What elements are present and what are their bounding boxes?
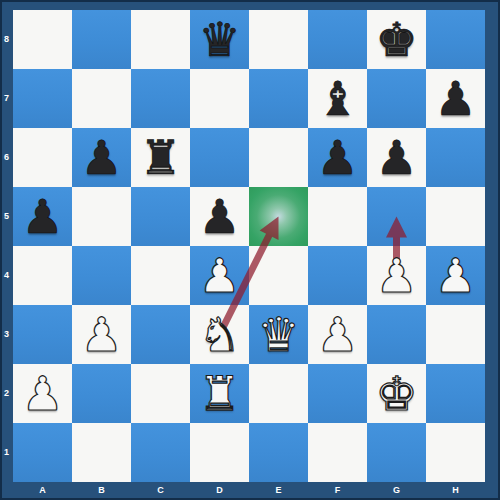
piece-white-rook-d2[interactable]: ♜	[190, 364, 249, 423]
piece-white-pawn-b3[interactable]: ♟	[72, 305, 131, 364]
piece-white-pawn-d4[interactable]: ♟	[190, 246, 249, 305]
square-e2[interactable]	[249, 364, 308, 423]
square-c7[interactable]	[131, 69, 190, 128]
square-a7[interactable]	[13, 69, 72, 128]
file-label-b: B	[72, 482, 131, 500]
piece-black-bishop-f7[interactable]: ♝	[308, 69, 367, 128]
square-b8[interactable]	[72, 10, 131, 69]
square-g5[interactable]	[367, 187, 426, 246]
square-f8[interactable]	[308, 10, 367, 69]
square-c2[interactable]	[131, 364, 190, 423]
piece-white-pawn-f3[interactable]: ♟	[308, 305, 367, 364]
square-b4[interactable]	[72, 246, 131, 305]
square-h5[interactable]	[426, 187, 485, 246]
square-h6[interactable]	[426, 128, 485, 187]
square-d6[interactable]	[190, 128, 249, 187]
square-f5[interactable]	[308, 187, 367, 246]
chess-board-frame: ♛♚♝♟♟♜♟♟♟♟♟♟♟♟♞♛♟♟♜♚ 87654321ABCDEFGH	[0, 0, 500, 500]
square-g3[interactable]	[367, 305, 426, 364]
square-b7[interactable]	[72, 69, 131, 128]
square-d1[interactable]	[190, 423, 249, 482]
square-h8[interactable]	[426, 10, 485, 69]
square-b2[interactable]	[72, 364, 131, 423]
rank-label-3: 3	[0, 305, 13, 364]
square-h2[interactable]	[426, 364, 485, 423]
square-b5[interactable]	[72, 187, 131, 246]
rank-label-8: 8	[0, 10, 13, 69]
square-d7[interactable]	[190, 69, 249, 128]
piece-black-pawn-f6[interactable]: ♟	[308, 128, 367, 187]
square-a1[interactable]	[13, 423, 72, 482]
square-c1[interactable]	[131, 423, 190, 482]
square-c3[interactable]	[131, 305, 190, 364]
piece-white-king-g2[interactable]: ♚	[367, 364, 426, 423]
file-label-h: H	[426, 482, 485, 500]
piece-white-knight-d3[interactable]: ♞	[190, 305, 249, 364]
rank-label-6: 6	[0, 128, 13, 187]
piece-white-pawn-g4[interactable]: ♟	[367, 246, 426, 305]
file-label-e: E	[249, 482, 308, 500]
square-a8[interactable]	[13, 10, 72, 69]
file-label-c: C	[131, 482, 190, 500]
piece-black-pawn-d5[interactable]: ♟	[190, 187, 249, 246]
square-c5[interactable]	[131, 187, 190, 246]
square-a4[interactable]	[13, 246, 72, 305]
rank-label-4: 4	[0, 246, 13, 305]
piece-white-pawn-h4[interactable]: ♟	[426, 246, 485, 305]
square-a6[interactable]	[13, 128, 72, 187]
file-label-d: D	[190, 482, 249, 500]
square-h3[interactable]	[426, 305, 485, 364]
file-label-g: G	[367, 482, 426, 500]
square-f4[interactable]	[308, 246, 367, 305]
square-e5[interactable]	[249, 187, 308, 246]
piece-black-pawn-a5[interactable]: ♟	[13, 187, 72, 246]
rank-label-7: 7	[0, 69, 13, 128]
square-e8[interactable]	[249, 10, 308, 69]
square-e4[interactable]	[249, 246, 308, 305]
piece-white-queen-e3[interactable]: ♛	[249, 305, 308, 364]
square-c8[interactable]	[131, 10, 190, 69]
piece-black-pawn-g6[interactable]: ♟	[367, 128, 426, 187]
chess-board: ♛♚♝♟♟♜♟♟♟♟♟♟♟♟♞♛♟♟♜♚	[13, 10, 485, 482]
square-e7[interactable]	[249, 69, 308, 128]
piece-white-pawn-a2[interactable]: ♟	[13, 364, 72, 423]
file-label-f: F	[308, 482, 367, 500]
square-h1[interactable]	[426, 423, 485, 482]
square-g7[interactable]	[367, 69, 426, 128]
square-e1[interactable]	[249, 423, 308, 482]
rank-label-2: 2	[0, 364, 13, 423]
rank-label-5: 5	[0, 187, 13, 246]
piece-black-king-g8[interactable]: ♚	[367, 10, 426, 69]
square-c4[interactable]	[131, 246, 190, 305]
square-b1[interactable]	[72, 423, 131, 482]
square-f2[interactable]	[308, 364, 367, 423]
piece-black-pawn-h7[interactable]: ♟	[426, 69, 485, 128]
rank-label-1: 1	[0, 423, 13, 482]
square-a3[interactable]	[13, 305, 72, 364]
piece-black-pawn-b6[interactable]: ♟	[72, 128, 131, 187]
square-g1[interactable]	[367, 423, 426, 482]
piece-black-queen-d8[interactable]: ♛	[190, 10, 249, 69]
square-e6[interactable]	[249, 128, 308, 187]
square-f1[interactable]	[308, 423, 367, 482]
piece-black-rook-c6[interactable]: ♜	[131, 128, 190, 187]
file-label-a: A	[13, 482, 72, 500]
